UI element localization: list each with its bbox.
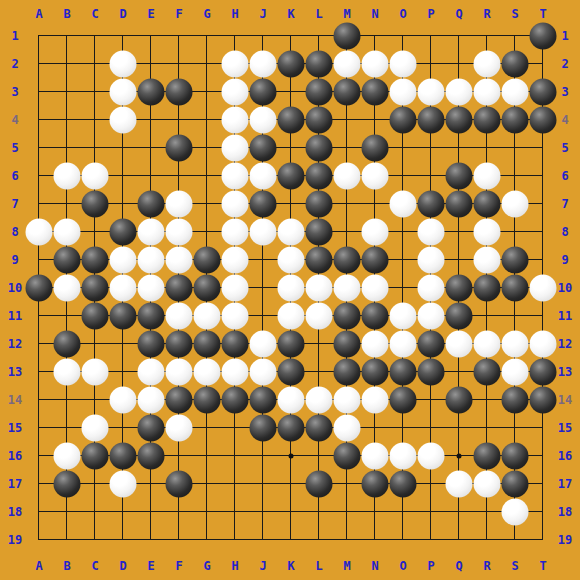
black-stone — [446, 191, 473, 218]
black-stone — [418, 107, 445, 134]
black-stone — [278, 331, 305, 358]
white-stone — [362, 51, 389, 78]
white-stone — [474, 79, 501, 106]
row-label-left: 7 — [11, 198, 18, 210]
white-stone — [166, 359, 193, 386]
black-stone — [82, 191, 109, 218]
white-stone — [502, 499, 529, 526]
white-stone — [278, 219, 305, 246]
black-stone — [306, 247, 333, 274]
white-stone — [502, 191, 529, 218]
black-stone — [278, 51, 305, 78]
row-label-right: 12 — [558, 338, 572, 350]
white-stone — [222, 359, 249, 386]
white-stone — [166, 247, 193, 274]
white-stone — [54, 219, 81, 246]
col-label-bottom: O — [399, 560, 406, 572]
col-label-bottom: A — [35, 560, 42, 572]
row-label-right: 16 — [558, 450, 572, 462]
col-label-bottom: B — [63, 560, 70, 572]
col-label-bottom: P — [427, 560, 434, 572]
star-point — [289, 454, 294, 459]
black-stone — [334, 247, 361, 274]
row-label-left: 10 — [8, 282, 22, 294]
white-stone — [390, 331, 417, 358]
white-stone — [474, 471, 501, 498]
white-stone — [418, 303, 445, 330]
black-stone — [194, 247, 221, 274]
col-label-top: M — [343, 8, 350, 20]
white-stone — [446, 331, 473, 358]
col-label-bottom: H — [231, 560, 238, 572]
black-stone — [222, 387, 249, 414]
white-stone — [390, 51, 417, 78]
black-stone — [362, 303, 389, 330]
white-stone — [334, 51, 361, 78]
row-label-right: 2 — [561, 58, 568, 70]
black-stone — [334, 79, 361, 106]
white-stone — [418, 79, 445, 106]
black-stone — [306, 415, 333, 442]
black-stone — [166, 275, 193, 302]
col-label-top: J — [259, 8, 266, 20]
row-label-right: 4 — [561, 114, 568, 126]
black-stone — [306, 191, 333, 218]
white-stone — [138, 387, 165, 414]
white-stone — [54, 163, 81, 190]
black-stone — [502, 387, 529, 414]
white-stone — [110, 471, 137, 498]
row-label-right: 18 — [558, 506, 572, 518]
white-stone — [418, 219, 445, 246]
black-stone — [138, 79, 165, 106]
white-stone — [418, 247, 445, 274]
row-label-left: 3 — [11, 86, 18, 98]
row-label-left: 17 — [8, 478, 22, 490]
row-label-right: 14 — [558, 394, 572, 406]
col-label-bottom: R — [483, 560, 490, 572]
white-stone — [138, 247, 165, 274]
black-stone — [166, 331, 193, 358]
black-stone — [390, 107, 417, 134]
black-stone — [138, 443, 165, 470]
row-label-left: 2 — [11, 58, 18, 70]
row-label-right: 13 — [558, 366, 572, 378]
black-stone — [418, 359, 445, 386]
col-label-top: T — [539, 8, 546, 20]
white-stone — [250, 107, 277, 134]
white-stone — [390, 303, 417, 330]
go-board[interactable]: AABBCCDDEEFFGGHHJJKKLLMMNNOOPPQQRRSSTT11… — [0, 0, 580, 580]
black-stone — [82, 275, 109, 302]
black-stone — [474, 359, 501, 386]
black-stone — [530, 359, 557, 386]
black-stone — [138, 191, 165, 218]
white-stone — [474, 331, 501, 358]
col-label-top: E — [147, 8, 154, 20]
black-stone — [250, 415, 277, 442]
black-stone — [82, 303, 109, 330]
white-stone — [250, 359, 277, 386]
white-stone — [26, 219, 53, 246]
black-stone — [110, 443, 137, 470]
white-stone — [166, 303, 193, 330]
row-label-left: 4 — [11, 114, 18, 126]
black-stone — [306, 51, 333, 78]
col-label-top: D — [119, 8, 126, 20]
col-label-top: N — [371, 8, 378, 20]
row-label-right: 8 — [561, 226, 568, 238]
white-stone — [138, 359, 165, 386]
col-label-top: Q — [455, 8, 462, 20]
white-stone — [222, 303, 249, 330]
row-label-left: 15 — [8, 422, 22, 434]
black-stone — [362, 135, 389, 162]
black-stone — [446, 163, 473, 190]
white-stone — [222, 163, 249, 190]
white-stone — [194, 359, 221, 386]
black-stone — [418, 191, 445, 218]
col-label-top: G — [203, 8, 210, 20]
black-stone — [194, 275, 221, 302]
white-stone — [278, 275, 305, 302]
col-label-bottom: E — [147, 560, 154, 572]
white-stone — [530, 275, 557, 302]
col-label-top: L — [315, 8, 322, 20]
row-label-left: 11 — [8, 310, 22, 322]
col-label-top: R — [483, 8, 490, 20]
white-stone — [110, 51, 137, 78]
row-label-left: 19 — [8, 534, 22, 546]
black-stone — [474, 191, 501, 218]
black-stone — [138, 415, 165, 442]
white-stone — [110, 107, 137, 134]
black-stone — [502, 275, 529, 302]
col-label-top: A — [35, 8, 42, 20]
black-stone — [474, 443, 501, 470]
black-stone — [138, 331, 165, 358]
col-label-top: P — [427, 8, 434, 20]
white-stone — [54, 359, 81, 386]
col-label-bottom: S — [511, 560, 518, 572]
white-stone — [250, 163, 277, 190]
white-stone — [166, 191, 193, 218]
white-stone — [222, 135, 249, 162]
white-stone — [362, 387, 389, 414]
col-label-top: F — [175, 8, 182, 20]
white-stone — [502, 79, 529, 106]
white-stone — [474, 247, 501, 274]
black-stone — [278, 359, 305, 386]
row-label-left: 14 — [8, 394, 22, 406]
white-stone — [362, 331, 389, 358]
black-stone — [502, 443, 529, 470]
white-stone — [166, 415, 193, 442]
white-stone — [194, 303, 221, 330]
col-label-bottom: M — [343, 560, 350, 572]
white-stone — [306, 303, 333, 330]
white-stone — [82, 415, 109, 442]
white-stone — [278, 387, 305, 414]
white-stone — [82, 163, 109, 190]
white-stone — [502, 359, 529, 386]
black-stone — [446, 107, 473, 134]
col-label-bottom: F — [175, 560, 182, 572]
col-label-bottom: G — [203, 560, 210, 572]
black-stone — [250, 191, 277, 218]
row-label-right: 5 — [561, 142, 568, 154]
black-stone — [334, 331, 361, 358]
white-stone — [306, 275, 333, 302]
white-stone — [110, 275, 137, 302]
white-stone — [138, 219, 165, 246]
black-stone — [250, 135, 277, 162]
black-stone — [82, 443, 109, 470]
white-stone — [334, 275, 361, 302]
black-stone — [54, 471, 81, 498]
white-stone — [362, 443, 389, 470]
white-stone — [222, 247, 249, 274]
black-stone — [82, 247, 109, 274]
black-stone — [362, 247, 389, 274]
row-label-right: 15 — [558, 422, 572, 434]
black-stone — [446, 275, 473, 302]
black-stone — [530, 387, 557, 414]
black-stone — [446, 387, 473, 414]
row-label-right: 7 — [561, 198, 568, 210]
black-stone — [26, 275, 53, 302]
white-stone — [110, 387, 137, 414]
white-stone — [362, 219, 389, 246]
black-stone — [502, 51, 529, 78]
white-stone — [222, 191, 249, 218]
col-label-bottom: L — [315, 560, 322, 572]
black-stone — [334, 23, 361, 50]
black-stone — [418, 331, 445, 358]
row-label-left: 12 — [8, 338, 22, 350]
white-stone — [110, 79, 137, 106]
black-stone — [530, 23, 557, 50]
black-stone — [110, 303, 137, 330]
white-stone — [250, 51, 277, 78]
white-stone — [418, 443, 445, 470]
col-label-bottom: T — [539, 560, 546, 572]
black-stone — [362, 79, 389, 106]
white-stone — [390, 79, 417, 106]
row-label-right: 17 — [558, 478, 572, 490]
row-label-right: 10 — [558, 282, 572, 294]
go-board-screenshot: AABBCCDDEEFFGGHHJJKKLLMMNNOOPPQQRRSSTT11… — [0, 0, 580, 580]
white-stone — [54, 275, 81, 302]
white-stone — [390, 443, 417, 470]
white-stone — [138, 275, 165, 302]
row-label-left: 6 — [11, 170, 18, 182]
black-stone — [474, 275, 501, 302]
black-stone — [334, 443, 361, 470]
white-stone — [306, 387, 333, 414]
col-label-bottom: C — [91, 560, 98, 572]
black-stone — [474, 107, 501, 134]
black-stone — [306, 135, 333, 162]
white-stone — [474, 219, 501, 246]
white-stone — [250, 331, 277, 358]
white-stone — [474, 163, 501, 190]
white-stone — [166, 219, 193, 246]
col-label-bottom: D — [119, 560, 126, 572]
white-stone — [502, 331, 529, 358]
white-stone — [418, 275, 445, 302]
white-stone — [446, 471, 473, 498]
black-stone — [194, 331, 221, 358]
black-stone — [166, 471, 193, 498]
row-label-left: 8 — [11, 226, 18, 238]
white-stone — [446, 79, 473, 106]
white-stone — [362, 275, 389, 302]
white-stone — [362, 163, 389, 190]
white-stone — [250, 219, 277, 246]
row-label-right: 1 — [561, 30, 568, 42]
white-stone — [278, 303, 305, 330]
white-stone — [390, 191, 417, 218]
black-stone — [110, 219, 137, 246]
white-stone — [110, 247, 137, 274]
white-stone — [222, 275, 249, 302]
black-stone — [390, 359, 417, 386]
row-label-left: 16 — [8, 450, 22, 462]
col-label-bottom: J — [259, 560, 266, 572]
row-label-left: 13 — [8, 366, 22, 378]
white-stone — [334, 387, 361, 414]
row-label-left: 1 — [11, 30, 18, 42]
col-label-top: K — [287, 8, 294, 20]
black-stone — [446, 303, 473, 330]
black-stone — [530, 79, 557, 106]
white-stone — [474, 51, 501, 78]
black-stone — [334, 303, 361, 330]
black-stone — [166, 387, 193, 414]
white-stone — [334, 415, 361, 442]
white-stone — [222, 107, 249, 134]
black-stone — [278, 163, 305, 190]
row-label-right: 19 — [558, 534, 572, 546]
row-label-right: 9 — [561, 254, 568, 266]
white-stone — [54, 443, 81, 470]
white-stone — [82, 359, 109, 386]
black-stone — [306, 79, 333, 106]
black-stone — [54, 247, 81, 274]
col-label-bottom: N — [371, 560, 378, 572]
col-label-bottom: Q — [455, 560, 462, 572]
row-label-left: 9 — [11, 254, 18, 266]
black-stone — [306, 471, 333, 498]
black-stone — [502, 247, 529, 274]
black-stone — [306, 163, 333, 190]
black-stone — [306, 107, 333, 134]
black-stone — [306, 219, 333, 246]
black-stone — [250, 387, 277, 414]
black-stone — [194, 387, 221, 414]
black-stone — [278, 107, 305, 134]
col-label-top: C — [91, 8, 98, 20]
col-label-bottom: K — [287, 560, 294, 572]
row-label-left: 18 — [8, 506, 22, 518]
col-label-top: B — [63, 8, 70, 20]
white-stone — [222, 51, 249, 78]
black-stone — [166, 135, 193, 162]
black-stone — [54, 331, 81, 358]
star-point — [457, 454, 462, 459]
black-stone — [362, 359, 389, 386]
col-label-top: H — [231, 8, 238, 20]
white-stone — [222, 219, 249, 246]
row-label-right: 6 — [561, 170, 568, 182]
black-stone — [138, 303, 165, 330]
row-label-right: 11 — [558, 310, 572, 322]
black-stone — [362, 471, 389, 498]
row-label-right: 3 — [561, 86, 568, 98]
white-stone — [334, 163, 361, 190]
black-stone — [502, 107, 529, 134]
row-label-left: 5 — [11, 142, 18, 154]
black-stone — [222, 331, 249, 358]
col-label-top: O — [399, 8, 406, 20]
black-stone — [166, 79, 193, 106]
black-stone — [334, 359, 361, 386]
black-stone — [390, 387, 417, 414]
black-stone — [278, 415, 305, 442]
white-stone — [222, 79, 249, 106]
white-stone — [530, 331, 557, 358]
col-label-top: S — [511, 8, 518, 20]
black-stone — [390, 471, 417, 498]
black-stone — [530, 107, 557, 134]
white-stone — [278, 247, 305, 274]
black-stone — [502, 471, 529, 498]
black-stone — [250, 79, 277, 106]
